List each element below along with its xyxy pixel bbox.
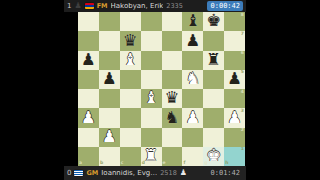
square-f6[interactable] bbox=[182, 51, 203, 70]
white-knight-f5: ♞ bbox=[185, 71, 200, 88]
square-a8[interactable] bbox=[78, 12, 99, 31]
rank-label-7: 7 bbox=[241, 32, 244, 37]
bottom-player-clock: 0:01:42 bbox=[207, 168, 243, 178]
square-g8[interactable]: ♚ bbox=[203, 12, 224, 31]
square-d3[interactable] bbox=[141, 108, 162, 127]
rank-label-2: 2 bbox=[241, 128, 244, 133]
bottom-player-rating: 2518 bbox=[160, 170, 177, 177]
bottom-player-score: 0 bbox=[67, 170, 71, 177]
top-player-clock: 0:00:42 bbox=[207, 1, 243, 11]
broadcast-column: 1 ♟ FM Hakobyan, Erik 2335 0:00:42 ♝♚8♛♟… bbox=[64, 0, 246, 180]
square-b4[interactable] bbox=[99, 89, 120, 108]
rank-label-1: 1 bbox=[241, 147, 244, 152]
square-c7[interactable]: ♛ bbox=[120, 31, 141, 50]
white-pawn-h3: ♟ bbox=[227, 109, 242, 126]
white-bishop-d4: ♝ bbox=[144, 90, 159, 107]
file-label-f: f bbox=[183, 161, 185, 166]
square-g7[interactable] bbox=[203, 31, 224, 50]
square-f7[interactable]: ♟ bbox=[182, 31, 203, 50]
file-label-g: g bbox=[204, 161, 207, 166]
rank-label-5: 5 bbox=[241, 70, 244, 75]
square-h6[interactable]: 6 bbox=[224, 51, 245, 70]
square-d8[interactable] bbox=[141, 12, 162, 31]
square-e5[interactable] bbox=[162, 70, 183, 89]
white-king-g1: ♚ bbox=[206, 148, 221, 165]
bottom-player-bar: 0 GM Ioannidis, Evg… 2518 ♟ 0:01:42 bbox=[64, 166, 246, 180]
square-b3[interactable] bbox=[99, 108, 120, 127]
file-label-c: c bbox=[121, 161, 124, 166]
square-c5[interactable] bbox=[120, 70, 141, 89]
white-pawn-f3: ♟ bbox=[185, 109, 200, 126]
white-rook-d1: ♜ bbox=[144, 148, 159, 165]
rank-label-8: 8 bbox=[241, 13, 244, 18]
square-c3[interactable] bbox=[120, 108, 141, 127]
video-frame: 1 ♟ FM Hakobyan, Erik 2335 0:00:42 ♝♚8♛♟… bbox=[0, 0, 320, 180]
square-b2[interactable]: ♟ bbox=[99, 128, 120, 147]
square-d6[interactable] bbox=[141, 51, 162, 70]
greece-flag bbox=[74, 170, 83, 176]
square-c6[interactable]: ♝ bbox=[120, 51, 141, 70]
square-h7[interactable]: 7 bbox=[224, 31, 245, 50]
square-h4[interactable]: 4 bbox=[224, 89, 245, 108]
black-pawn-a6: ♟ bbox=[81, 51, 96, 68]
black-knight-e3: ♞ bbox=[165, 109, 180, 126]
square-c1[interactable]: c bbox=[120, 147, 141, 166]
square-g1[interactable]: ♚g bbox=[203, 147, 224, 166]
square-a5[interactable] bbox=[78, 70, 99, 89]
square-g6[interactable]: ♜ bbox=[203, 51, 224, 70]
square-b8[interactable] bbox=[99, 12, 120, 31]
square-f8[interactable]: ♝ bbox=[182, 12, 203, 31]
square-d4[interactable]: ♝ bbox=[141, 89, 162, 108]
square-f3[interactable]: ♟ bbox=[182, 108, 203, 127]
white-pawn-a3: ♟ bbox=[81, 109, 96, 126]
white-pawn-b2: ♟ bbox=[102, 128, 117, 145]
black-bishop-f8: ♝ bbox=[185, 13, 200, 30]
square-d5[interactable] bbox=[141, 70, 162, 89]
top-player-name: Hakobyan, Erik bbox=[111, 3, 164, 10]
square-e4[interactable]: ♛ bbox=[162, 89, 183, 108]
black-queen-c7: ♛ bbox=[123, 32, 138, 49]
square-e7[interactable] bbox=[162, 31, 183, 50]
file-label-d: d bbox=[142, 161, 145, 166]
square-e8[interactable] bbox=[162, 12, 183, 31]
white-bishop-c6: ♝ bbox=[123, 51, 138, 68]
square-c4[interactable] bbox=[120, 89, 141, 108]
square-h8[interactable]: 8 bbox=[224, 12, 245, 31]
square-f2[interactable] bbox=[182, 128, 203, 147]
square-h2[interactable]: 2 bbox=[224, 128, 245, 147]
file-label-a: a bbox=[79, 161, 82, 166]
square-c2[interactable] bbox=[120, 128, 141, 147]
bottom-player-title: GM bbox=[86, 170, 98, 177]
square-b5[interactable]: ♟ bbox=[99, 70, 120, 89]
square-a1[interactable]: a bbox=[78, 147, 99, 166]
file-label-e: e bbox=[163, 161, 166, 166]
bottom-player-name: Ioannidis, Evg… bbox=[101, 170, 157, 177]
file-label-b: b bbox=[100, 161, 103, 166]
square-g5[interactable] bbox=[203, 70, 224, 89]
square-e6[interactable] bbox=[162, 51, 183, 70]
chess-board: ♝♚8♛♟7♟♝♜6♟♞♟5♝♛4♟♞♟♟3♟2abc♜def♚gh1 bbox=[78, 12, 245, 166]
black-king-g8: ♚ bbox=[206, 13, 221, 30]
square-a7[interactable] bbox=[78, 31, 99, 50]
square-h5[interactable]: ♟5 bbox=[224, 70, 245, 89]
black-rook-g6: ♜ bbox=[206, 51, 221, 68]
black-queen-e4: ♛ bbox=[165, 90, 180, 107]
square-d7[interactable] bbox=[141, 31, 162, 50]
square-c8[interactable] bbox=[120, 12, 141, 31]
square-b1[interactable]: b bbox=[99, 147, 120, 166]
rank-label-4: 4 bbox=[241, 90, 244, 95]
square-h1[interactable]: h1 bbox=[224, 147, 245, 166]
square-a3[interactable]: ♟ bbox=[78, 108, 99, 127]
armenia-flag bbox=[85, 3, 94, 9]
square-b6[interactable] bbox=[99, 51, 120, 70]
square-g4[interactable] bbox=[203, 89, 224, 108]
black-pawn-icon: ♟ bbox=[74, 2, 81, 10]
square-g2[interactable] bbox=[203, 128, 224, 147]
square-f5[interactable]: ♞ bbox=[182, 70, 203, 89]
square-f1[interactable]: f bbox=[182, 147, 203, 166]
white-pawn-icon: ♟ bbox=[180, 169, 187, 177]
square-g3[interactable] bbox=[203, 108, 224, 127]
square-a4[interactable] bbox=[78, 89, 99, 108]
square-e3[interactable]: ♞ bbox=[162, 108, 183, 127]
top-player-bar: 1 ♟ FM Hakobyan, Erik 2335 0:00:42 bbox=[64, 0, 246, 12]
square-e1[interactable]: e bbox=[162, 147, 183, 166]
file-label-h: h bbox=[225, 161, 228, 166]
top-player-score: 1 bbox=[67, 3, 71, 10]
square-e2[interactable] bbox=[162, 128, 183, 147]
square-h3[interactable]: ♟3 bbox=[224, 108, 245, 127]
rank-label-6: 6 bbox=[241, 51, 244, 56]
rank-label-3: 3 bbox=[241, 109, 244, 114]
top-player-rating: 2335 bbox=[166, 3, 183, 10]
square-d2[interactable] bbox=[141, 128, 162, 147]
square-f4[interactable] bbox=[182, 89, 203, 108]
square-b7[interactable] bbox=[99, 31, 120, 50]
black-pawn-b5: ♟ bbox=[102, 71, 117, 88]
square-a6[interactable]: ♟ bbox=[78, 51, 99, 70]
top-player-title: FM bbox=[97, 3, 108, 10]
black-pawn-f7: ♟ bbox=[185, 32, 200, 49]
black-pawn-h5: ♟ bbox=[227, 71, 242, 88]
square-a2[interactable] bbox=[78, 128, 99, 147]
square-d1[interactable]: ♜d bbox=[141, 147, 162, 166]
